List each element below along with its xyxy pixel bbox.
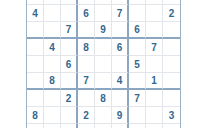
cell-r8c1[interactable]: 8: [27, 107, 44, 124]
cell-r6c8[interactable]: 1: [146, 73, 163, 90]
cell-r4c1[interactable]: [27, 39, 44, 56]
cell-r4c5[interactable]: [95, 39, 112, 56]
sudoku-screen: 467279648676587412878293: [0, 0, 205, 128]
cell-r2c6[interactable]: 7: [112, 5, 129, 22]
cell-r4c6[interactable]: 6: [112, 39, 129, 56]
cell-r4c2[interactable]: 4: [44, 39, 61, 56]
cell-r8c8[interactable]: [146, 107, 163, 124]
cell-r7c3[interactable]: 2: [61, 90, 78, 107]
cell-r9c2[interactable]: [44, 124, 61, 128]
cell-r7c7[interactable]: 7: [129, 90, 146, 107]
cell-r9c4[interactable]: [78, 124, 95, 128]
cell-r2c3[interactable]: [61, 5, 78, 22]
cell-r9c7[interactable]: [129, 124, 146, 128]
cell-r9c5[interactable]: [95, 124, 112, 128]
cell-r6c7[interactable]: [129, 73, 146, 90]
cell-r9c8[interactable]: [146, 124, 163, 128]
cell-r2c9[interactable]: 2: [163, 5, 180, 22]
cell-r3c3[interactable]: 7: [61, 22, 78, 39]
cell-r6c3[interactable]: [61, 73, 78, 90]
cell-r7c1[interactable]: [27, 90, 44, 107]
cell-r6c1[interactable]: [27, 73, 44, 90]
cell-r5c3[interactable]: 6: [61, 56, 78, 73]
sudoku-board: 467279648676587412878293: [26, 0, 181, 128]
cell-r9c6[interactable]: [112, 124, 129, 128]
cell-r6c6[interactable]: 4: [112, 73, 129, 90]
cell-r2c5[interactable]: [95, 5, 112, 22]
cell-r3c1[interactable]: [27, 22, 44, 39]
cell-r5c9[interactable]: [163, 56, 180, 73]
cell-r4c9[interactable]: [163, 39, 180, 56]
cell-r5c1[interactable]: [27, 56, 44, 73]
cell-r3c4[interactable]: [78, 22, 95, 39]
cell-r3c7[interactable]: 6: [129, 22, 146, 39]
cell-r4c3[interactable]: [61, 39, 78, 56]
cell-r4c7[interactable]: [129, 39, 146, 56]
cell-r7c2[interactable]: [44, 90, 61, 107]
cell-r3c6[interactable]: [112, 22, 129, 39]
cell-r7c4[interactable]: [78, 90, 95, 107]
cell-r8c9[interactable]: 3: [163, 107, 180, 124]
cell-r8c4[interactable]: 2: [78, 107, 95, 124]
cell-r6c4[interactable]: 7: [78, 73, 95, 90]
cell-r2c2[interactable]: [44, 5, 61, 22]
cell-r7c9[interactable]: [163, 90, 180, 107]
cell-r8c5[interactable]: [95, 107, 112, 124]
cell-r6c9[interactable]: [163, 73, 180, 90]
cell-r8c3[interactable]: [61, 107, 78, 124]
cell-r7c8[interactable]: [146, 90, 163, 107]
cell-r2c8[interactable]: [146, 5, 163, 22]
cell-r3c8[interactable]: [146, 22, 163, 39]
cell-r6c5[interactable]: [95, 73, 112, 90]
cell-r8c7[interactable]: [129, 107, 146, 124]
cell-r5c2[interactable]: [44, 56, 61, 73]
cell-r8c6[interactable]: 9: [112, 107, 129, 124]
cell-r5c6[interactable]: [112, 56, 129, 73]
cell-r5c4[interactable]: [78, 56, 95, 73]
cell-r5c7[interactable]: 5: [129, 56, 146, 73]
cell-r2c7[interactable]: [129, 5, 146, 22]
cell-r4c8[interactable]: 7: [146, 39, 163, 56]
cell-r3c2[interactable]: [44, 22, 61, 39]
cell-r8c2[interactable]: [44, 107, 61, 124]
cell-r7c5[interactable]: 8: [95, 90, 112, 107]
cell-r3c9[interactable]: [163, 22, 180, 39]
cell-r9c3[interactable]: [61, 124, 78, 128]
cell-r2c1[interactable]: 4: [27, 5, 44, 22]
cell-r3c5[interactable]: 9: [95, 22, 112, 39]
cell-r5c5[interactable]: [95, 56, 112, 73]
cell-r5c8[interactable]: [146, 56, 163, 73]
cell-r6c2[interactable]: 8: [44, 73, 61, 90]
cell-r4c4[interactable]: 8: [78, 39, 95, 56]
cell-r7c6[interactable]: [112, 90, 129, 107]
cell-r9c9[interactable]: [163, 124, 180, 128]
cell-r2c4[interactable]: 6: [78, 5, 95, 22]
cell-r9c1[interactable]: [27, 124, 44, 128]
